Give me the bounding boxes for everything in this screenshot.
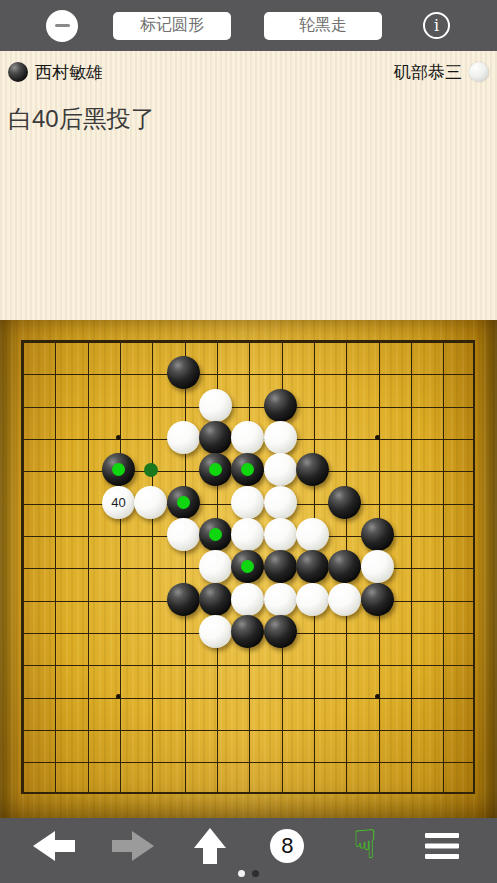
stone-black: [199, 518, 232, 551]
stone-white: [264, 583, 297, 616]
top-bar: 标记圆形 轮黑走 i: [0, 0, 497, 51]
circle-mark: [209, 463, 222, 476]
move-count-button[interactable]: 8: [264, 825, 310, 867]
right-arrow-icon: [110, 829, 154, 863]
stone-white: [199, 389, 232, 422]
star-point: [375, 435, 380, 440]
stone-white: [264, 453, 297, 486]
info-panel: 西村敏雄 矶部恭三 白40后黑投了: [0, 51, 497, 320]
stone-white: [231, 486, 264, 519]
circle-mark: [112, 463, 125, 476]
stone-black: [199, 421, 232, 454]
stone-black: [102, 453, 135, 486]
move-number-label: 40: [111, 495, 125, 510]
circle-mark: [177, 496, 190, 509]
stone-black: [231, 550, 264, 583]
mark-circle-button[interactable]: 标记圆形: [113, 12, 231, 40]
stone-white: [361, 550, 394, 583]
page-indicator: [0, 870, 497, 877]
hand-down-icon: ☟: [353, 824, 377, 864]
white-player: 矶部恭三: [394, 61, 489, 84]
stone-black: [264, 615, 297, 648]
stone-black: [328, 550, 361, 583]
page-dot-active: [238, 870, 245, 877]
stone-black: [264, 389, 297, 422]
star-point: [375, 694, 380, 699]
stone-white: [231, 421, 264, 454]
hamburger-menu-icon: [424, 832, 460, 860]
left-arrow-icon: [33, 829, 77, 863]
bottom-toolbar: 8 ☟: [0, 818, 497, 883]
renju-board[interactable]: 40: [0, 320, 497, 818]
stone-black: [167, 356, 200, 389]
stone-white: [328, 583, 361, 616]
stone-white: [264, 518, 297, 551]
turn-indicator-button[interactable]: 轮黑走: [264, 12, 382, 40]
circle-mark: [241, 463, 254, 476]
up-button[interactable]: [187, 825, 233, 867]
stone-black: [199, 583, 232, 616]
stone-white: [167, 421, 200, 454]
stone-black: [199, 453, 232, 486]
stone-black: [231, 615, 264, 648]
stone-white: [296, 583, 329, 616]
circle-mark: [209, 528, 222, 541]
stone-white: [199, 615, 232, 648]
move-count-badge: 8: [270, 829, 304, 863]
menu-button[interactable]: [419, 825, 465, 867]
stone-white: [167, 518, 200, 551]
black-player-name: 西村敏雄: [35, 61, 103, 84]
stone-black: [231, 453, 264, 486]
stone-black: [361, 518, 394, 551]
stone-white: [231, 518, 264, 551]
stone-black: [167, 583, 200, 616]
star-point: [116, 435, 121, 440]
black-stone-icon: [8, 62, 28, 82]
up-arrow-icon: [192, 828, 228, 864]
stone-white: [296, 518, 329, 551]
stone-white: [134, 486, 167, 519]
stone-white: [264, 486, 297, 519]
star-point: [116, 694, 121, 699]
info-button[interactable]: i: [423, 12, 450, 39]
stone-white: [199, 550, 232, 583]
forward-button[interactable]: [109, 825, 155, 867]
white-stone-icon: [469, 62, 489, 82]
player-bar: 西村敏雄 矶部恭三: [0, 51, 497, 93]
minus-icon: [55, 24, 70, 27]
marked-empty-point: [144, 463, 158, 477]
white-player-name: 矶部恭三: [394, 61, 462, 84]
black-player: 西村敏雄: [8, 61, 103, 84]
stone-white: 40: [102, 486, 135, 519]
stone-black: [296, 550, 329, 583]
game-comment: 白40后黑投了: [0, 93, 497, 135]
stone-white: [231, 583, 264, 616]
collapse-button[interactable]: [46, 10, 78, 42]
stone-black: [167, 486, 200, 519]
circle-mark: [241, 560, 254, 573]
hand-button[interactable]: ☟: [342, 825, 388, 867]
stone-black: [361, 583, 394, 616]
stone-white: [264, 421, 297, 454]
stone-layer: 40: [5, 324, 490, 809]
stone-black: [328, 486, 361, 519]
app-screen: 标记圆形 轮黑走 i 西村敏雄 矶部恭三 白40后黑投了 40: [0, 0, 497, 883]
back-button[interactable]: [32, 825, 78, 867]
stone-black: [264, 550, 297, 583]
page-dot-inactive: [252, 870, 259, 877]
stone-black: [296, 453, 329, 486]
